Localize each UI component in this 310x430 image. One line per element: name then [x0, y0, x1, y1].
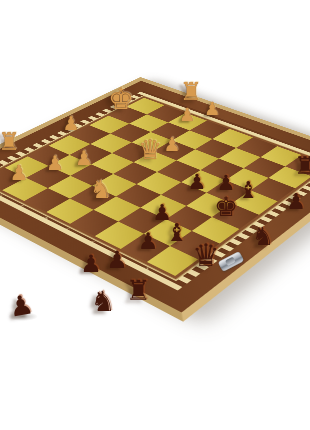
piece-wR-g1-g1[interactable]: ♜ — [180, 79, 202, 104]
piece-wP-h2-h2[interactable]: ♟ — [204, 100, 220, 118]
piece-bp-captured[interactable]: ♟ — [7, 290, 36, 321]
piece-bp-d6-d6[interactable]: ♟ — [106, 248, 128, 272]
edge-letter-E: E — [65, 229, 71, 233]
piece-wP-g2-g2[interactable]: ♟ — [179, 106, 195, 124]
piece-bp-e6-e6[interactable]: ♟ — [138, 230, 159, 253]
edge-letter-H: H — [142, 267, 148, 272]
piece-wP-b3-b3[interactable]: ♟ — [10, 163, 29, 184]
piece-bq-f6-f6[interactable]: ♛ — [192, 240, 220, 271]
piece-br-d7-d7[interactable]: ♜ — [125, 277, 150, 305]
piece-bk-g5-g5[interactable]: ♚ — [214, 193, 238, 220]
piece-wK-e1-e1[interactable]: ♚ — [108, 85, 134, 114]
piece-bp-h6-h6[interactable]: ♟ — [286, 191, 306, 213]
piece-bp-g4-g4[interactable]: ♟ — [188, 172, 207, 193]
piece-wP-d2-d2[interactable]: ♟ — [62, 114, 79, 133]
piece-wP-g3-g3[interactable]: ♟ — [163, 135, 180, 154]
edge-letter-F: F — [89, 241, 94, 246]
chess-set-photo: ABCDEFGH ♜♟♚♜♟♟♟♟♟♛♟♞♟♟♝♜♟♝♚♟♛♞♟♟♟♞♜♟♞♟ — [0, 0, 310, 430]
piece-wR-b1-b1[interactable]: ♜ — [0, 130, 20, 154]
edge-letter-D: D — [41, 217, 48, 221]
piece-wQ-f3-f3[interactable]: ♛ — [138, 136, 162, 163]
piece-bp-c6-c6[interactable]: ♟ — [80, 252, 102, 276]
piece-wP-d3-d3[interactable]: ♟ — [75, 148, 93, 168]
piece-bn-c7-c7[interactable]: ♞ — [90, 288, 115, 316]
edge-letter-B: B — [0, 195, 3, 199]
edge-letter-C: C — [18, 206, 24, 210]
piece-wN-d4-d4[interactable]: ♞ — [90, 177, 112, 202]
piece-bn-g6-g6[interactable]: ♞ — [252, 224, 274, 249]
piece-br-h3-h3[interactable]: ♜ — [294, 154, 310, 178]
piece-wP-c3-c3[interactable]: ♟ — [46, 153, 64, 173]
piece-bb-f5-f5[interactable]: ♝ — [166, 220, 188, 245]
piece-bb-h5-h5[interactable]: ♝ — [238, 179, 259, 202]
